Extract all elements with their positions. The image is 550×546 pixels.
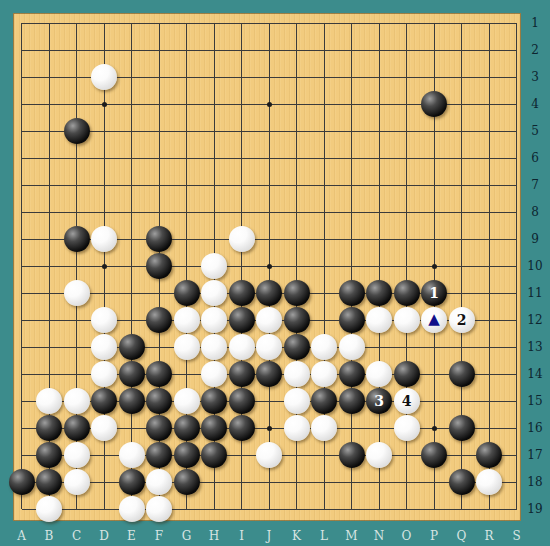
row-label: 18 (523, 475, 547, 489)
stone-white[interactable] (36, 496, 62, 522)
column-label: K (288, 528, 306, 544)
stone-black[interactable] (36, 415, 62, 441)
stone-white[interactable] (366, 307, 392, 333)
grid-line-vertical (516, 23, 517, 509)
row-label: 8 (523, 205, 547, 219)
stone-black[interactable] (229, 307, 255, 333)
row-label: 6 (523, 151, 547, 165)
stone-black[interactable] (311, 388, 337, 414)
stone-black[interactable] (9, 469, 35, 495)
stone-black[interactable] (394, 280, 420, 306)
stone-white[interactable] (91, 64, 117, 90)
stone-black[interactable] (146, 388, 172, 414)
row-label: 1 (523, 16, 547, 30)
stone-white[interactable] (366, 442, 392, 468)
stone-black[interactable] (339, 361, 365, 387)
star-point (267, 264, 272, 269)
stone-white[interactable] (119, 496, 145, 522)
stone-black[interactable] (421, 91, 447, 117)
stone-white[interactable] (64, 388, 90, 414)
stone-white[interactable] (36, 388, 62, 414)
row-label: 9 (523, 232, 547, 246)
stone-white[interactable] (394, 415, 420, 441)
row-label: 15 (523, 394, 547, 408)
stone-white[interactable] (311, 334, 337, 360)
stone-black[interactable] (119, 334, 145, 360)
column-label: E (123, 528, 141, 544)
stone-white[interactable]: ▲ (421, 307, 447, 333)
stone-black[interactable] (449, 469, 475, 495)
row-label: 12 (523, 313, 547, 327)
column-label: O (398, 528, 416, 544)
stone-black[interactable] (339, 388, 365, 414)
stone-black[interactable] (284, 307, 310, 333)
stone-black[interactable] (229, 415, 255, 441)
row-label: 2 (523, 43, 547, 57)
stone-black[interactable] (119, 388, 145, 414)
stone-white[interactable] (201, 253, 227, 279)
stone-white[interactable] (229, 226, 255, 252)
column-label: I (233, 528, 251, 544)
stone-black[interactable] (36, 442, 62, 468)
stone-white[interactable] (366, 361, 392, 387)
stone-black[interactable] (339, 442, 365, 468)
stone-black[interactable] (256, 361, 282, 387)
stone-black[interactable] (146, 361, 172, 387)
stone-white[interactable] (256, 307, 282, 333)
board-overlay: 1▲234ABCDEFGHIJKLMNOPQRS1234567891011121… (0, 0, 550, 546)
star-point (432, 264, 437, 269)
stone-black[interactable] (64, 118, 90, 144)
stone-black[interactable] (146, 442, 172, 468)
stone-white[interactable] (146, 496, 172, 522)
grid-line-vertical (489, 23, 490, 509)
go-board-frame: 1▲234ABCDEFGHIJKLMNOPQRS1234567891011121… (0, 0, 550, 546)
stone-white[interactable] (311, 415, 337, 441)
stone-white[interactable]: 4 (394, 388, 420, 414)
stone-black[interactable] (449, 415, 475, 441)
stone-white[interactable] (174, 388, 200, 414)
triangle-mark-icon: ▲ (428, 312, 440, 327)
stone-white[interactable] (229, 334, 255, 360)
column-label: C (68, 528, 86, 544)
column-label: B (40, 528, 58, 544)
row-label: 16 (523, 421, 547, 435)
stone-white[interactable] (91, 415, 117, 441)
stone-black[interactable]: 3 (366, 388, 392, 414)
stone-white[interactable] (201, 307, 227, 333)
stone-black[interactable] (449, 361, 475, 387)
stone-white[interactable] (201, 280, 227, 306)
stone-black[interactable] (229, 361, 255, 387)
stone-black[interactable] (339, 280, 365, 306)
stone-black[interactable] (36, 469, 62, 495)
column-label: J (260, 528, 278, 544)
stone-black[interactable] (119, 469, 145, 495)
row-label: 11 (523, 286, 547, 300)
stone-white[interactable] (256, 334, 282, 360)
stone-black[interactable] (256, 280, 282, 306)
stone-white[interactable] (394, 307, 420, 333)
stone-black[interactable] (366, 280, 392, 306)
column-label: F (150, 528, 168, 544)
stone-black[interactable] (119, 361, 145, 387)
grid-line-vertical (379, 23, 380, 509)
stone-black[interactable] (339, 307, 365, 333)
stone-white[interactable] (284, 361, 310, 387)
stone-white[interactable] (201, 334, 227, 360)
stone-black[interactable] (201, 415, 227, 441)
column-label: D (95, 528, 113, 544)
row-label: 4 (523, 97, 547, 111)
stone-white[interactable] (91, 307, 117, 333)
stone-black[interactable] (229, 280, 255, 306)
star-point (432, 426, 437, 431)
stone-white[interactable] (174, 334, 200, 360)
star-point (102, 264, 107, 269)
column-label: S (508, 528, 526, 544)
stone-black[interactable] (91, 388, 117, 414)
stone-black[interactable] (201, 442, 227, 468)
stone-white[interactable] (284, 388, 310, 414)
stone-black[interactable] (174, 415, 200, 441)
stone-black[interactable] (421, 442, 447, 468)
row-label: 19 (523, 502, 547, 516)
stone-black[interactable] (284, 280, 310, 306)
row-label: 3 (523, 70, 547, 84)
stone-black[interactable] (174, 280, 200, 306)
column-label: R (480, 528, 498, 544)
stone-black[interactable] (476, 442, 502, 468)
column-label: P (425, 528, 443, 544)
column-label: H (205, 528, 223, 544)
move-number-label: 3 (374, 394, 384, 408)
stone-black[interactable] (146, 307, 172, 333)
stone-white[interactable] (64, 280, 90, 306)
column-label: A (13, 528, 31, 544)
grid-line-horizontal (22, 509, 517, 510)
stone-black[interactable]: 1 (421, 280, 447, 306)
stone-black[interactable] (146, 226, 172, 252)
column-label: Q (453, 528, 471, 544)
stone-white[interactable] (256, 442, 282, 468)
stone-white[interactable] (311, 361, 337, 387)
stone-white[interactable] (91, 334, 117, 360)
grid-line-horizontal (22, 482, 517, 483)
stone-black[interactable] (284, 334, 310, 360)
stone-white[interactable] (476, 469, 502, 495)
stone-black[interactable] (174, 469, 200, 495)
move-number-label: 1 (429, 286, 439, 300)
column-label: N (370, 528, 388, 544)
star-point (267, 426, 272, 431)
stone-black[interactable] (64, 415, 90, 441)
stone-black[interactable] (201, 388, 227, 414)
stone-white[interactable] (119, 442, 145, 468)
row-label: 17 (523, 448, 547, 462)
row-label: 13 (523, 340, 547, 354)
star-point (102, 102, 107, 107)
stone-white[interactable] (64, 442, 90, 468)
stone-white[interactable] (339, 334, 365, 360)
star-point (267, 102, 272, 107)
row-label: 10 (523, 259, 547, 273)
move-number-label: 4 (402, 394, 412, 408)
stone-black[interactable] (146, 253, 172, 279)
row-label: 14 (523, 367, 547, 381)
stone-white[interactable] (91, 361, 117, 387)
row-label: 7 (523, 178, 547, 192)
stone-white[interactable] (284, 415, 310, 441)
stone-black[interactable] (394, 361, 420, 387)
row-label: 5 (523, 124, 547, 138)
grid-line-vertical (351, 23, 352, 509)
stone-white[interactable] (201, 361, 227, 387)
stone-white[interactable] (174, 307, 200, 333)
stone-white[interactable]: 2 (449, 307, 475, 333)
column-label: L (315, 528, 333, 544)
column-label: M (343, 528, 361, 544)
stone-white[interactable] (91, 226, 117, 252)
stone-black[interactable] (146, 415, 172, 441)
column-label: G (178, 528, 196, 544)
move-number-label: 2 (457, 313, 467, 327)
stone-black[interactable] (174, 442, 200, 468)
stone-white[interactable] (146, 469, 172, 495)
stone-black[interactable] (64, 226, 90, 252)
stone-white[interactable] (64, 469, 90, 495)
stone-black[interactable] (229, 388, 255, 414)
